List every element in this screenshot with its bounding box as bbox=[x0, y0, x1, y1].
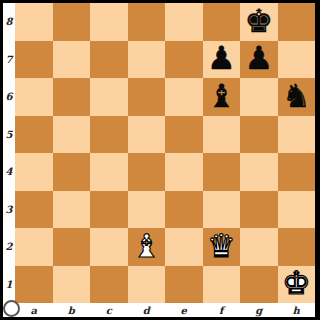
square-h6[interactable]: ♞ bbox=[278, 78, 316, 116]
square-c2[interactable] bbox=[90, 228, 128, 266]
square-a6[interactable] bbox=[15, 78, 53, 116]
square-d1[interactable] bbox=[128, 266, 166, 304]
square-e1[interactable] bbox=[165, 266, 203, 304]
square-g6[interactable] bbox=[240, 78, 278, 116]
square-c4[interactable] bbox=[90, 153, 128, 191]
square-f7[interactable]: ♟ bbox=[203, 41, 241, 79]
square-e8[interactable] bbox=[165, 3, 203, 41]
file-labels: abcdefgh bbox=[3, 303, 315, 317]
square-g1[interactable] bbox=[240, 266, 278, 304]
rank-labels: 87654321 bbox=[3, 3, 15, 303]
piece-black-bishop[interactable]: ♝ bbox=[207, 80, 236, 112]
square-b3[interactable] bbox=[53, 191, 91, 229]
piece-white-queen[interactable]: ♛ bbox=[207, 230, 236, 262]
square-g5[interactable] bbox=[240, 116, 278, 154]
file-label-b: b bbox=[53, 303, 91, 317]
square-c3[interactable] bbox=[90, 191, 128, 229]
rank-label-3: 3 bbox=[3, 191, 15, 229]
square-d5[interactable] bbox=[128, 116, 166, 154]
file-label-e: e bbox=[165, 303, 203, 317]
rank-label-7: 7 bbox=[3, 41, 15, 79]
square-h3[interactable] bbox=[278, 191, 316, 229]
square-h2[interactable] bbox=[278, 228, 316, 266]
square-f5[interactable] bbox=[203, 116, 241, 154]
white-to-move-indicator bbox=[3, 300, 20, 317]
square-a3[interactable] bbox=[15, 191, 53, 229]
square-d2[interactable]: ♝ bbox=[128, 228, 166, 266]
square-a5[interactable] bbox=[15, 116, 53, 154]
square-f2[interactable]: ♛ bbox=[203, 228, 241, 266]
file-label-g: g bbox=[240, 303, 278, 317]
square-b7[interactable] bbox=[53, 41, 91, 79]
square-g2[interactable] bbox=[240, 228, 278, 266]
file-label-h: h bbox=[278, 303, 316, 317]
square-g8[interactable]: ♚ bbox=[240, 3, 278, 41]
square-f6[interactable]: ♝ bbox=[203, 78, 241, 116]
square-d6[interactable] bbox=[128, 78, 166, 116]
rank-label-6: 6 bbox=[3, 78, 15, 116]
square-h8[interactable] bbox=[278, 3, 316, 41]
rank-label-2: 2 bbox=[3, 228, 15, 266]
square-e2[interactable] bbox=[165, 228, 203, 266]
square-b6[interactable] bbox=[53, 78, 91, 116]
square-a4[interactable] bbox=[15, 153, 53, 191]
square-b1[interactable] bbox=[53, 266, 91, 304]
square-f8[interactable] bbox=[203, 3, 241, 41]
square-a1[interactable] bbox=[15, 266, 53, 304]
square-d4[interactable] bbox=[128, 153, 166, 191]
piece-white-bishop[interactable]: ♝ bbox=[132, 230, 161, 262]
piece-black-knight[interactable]: ♞ bbox=[282, 80, 311, 112]
rank-label-1: 1 bbox=[3, 266, 15, 304]
square-a2[interactable] bbox=[15, 228, 53, 266]
square-b8[interactable] bbox=[53, 3, 91, 41]
square-a7[interactable] bbox=[15, 41, 53, 79]
file-label-f: f bbox=[203, 303, 241, 317]
piece-black-pawn[interactable]: ♟ bbox=[244, 42, 273, 74]
square-b2[interactable] bbox=[53, 228, 91, 266]
file-label-a: a bbox=[15, 303, 53, 317]
square-b4[interactable] bbox=[53, 153, 91, 191]
square-c5[interactable] bbox=[90, 116, 128, 154]
square-f3[interactable] bbox=[203, 191, 241, 229]
square-h7[interactable] bbox=[278, 41, 316, 79]
square-f1[interactable] bbox=[203, 266, 241, 304]
file-label-d: d bbox=[128, 303, 166, 317]
square-d3[interactable] bbox=[128, 191, 166, 229]
square-f4[interactable] bbox=[203, 153, 241, 191]
square-e3[interactable] bbox=[165, 191, 203, 229]
square-e4[interactable] bbox=[165, 153, 203, 191]
square-c6[interactable] bbox=[90, 78, 128, 116]
square-c7[interactable] bbox=[90, 41, 128, 79]
piece-white-king[interactable]: ♚ bbox=[282, 267, 311, 299]
rank-label-4: 4 bbox=[3, 153, 15, 191]
square-g7[interactable]: ♟ bbox=[240, 41, 278, 79]
square-h5[interactable] bbox=[278, 116, 316, 154]
rank-label-5: 5 bbox=[3, 116, 15, 154]
piece-black-pawn[interactable]: ♟ bbox=[207, 42, 236, 74]
rank-label-8: 8 bbox=[3, 3, 15, 41]
square-h1[interactable]: ♚ bbox=[278, 266, 316, 304]
square-e5[interactable] bbox=[165, 116, 203, 154]
square-e7[interactable] bbox=[165, 41, 203, 79]
square-g3[interactable] bbox=[240, 191, 278, 229]
square-c1[interactable] bbox=[90, 266, 128, 304]
square-a8[interactable] bbox=[15, 3, 53, 41]
piece-black-king[interactable]: ♚ bbox=[244, 5, 273, 37]
square-h4[interactable] bbox=[278, 153, 316, 191]
square-g4[interactable] bbox=[240, 153, 278, 191]
square-b5[interactable] bbox=[53, 116, 91, 154]
file-label-c: c bbox=[90, 303, 128, 317]
square-e6[interactable] bbox=[165, 78, 203, 116]
chess-board[interactable]: ♚♟♟♝♞♝♛♚ bbox=[15, 3, 315, 303]
chess-diagram: 87654321 ♚♟♟♝♞♝♛♚ abcdefgh bbox=[0, 0, 320, 320]
square-d8[interactable] bbox=[128, 3, 166, 41]
square-c8[interactable] bbox=[90, 3, 128, 41]
square-d7[interactable] bbox=[128, 41, 166, 79]
